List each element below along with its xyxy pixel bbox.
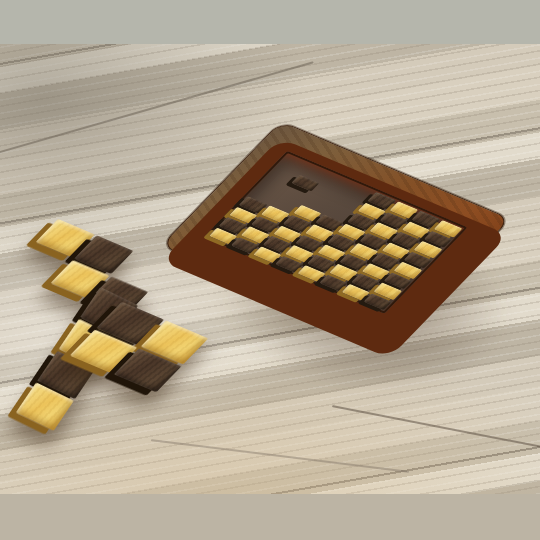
photo-band-bottom <box>0 494 540 540</box>
puzzle-board <box>209 154 463 310</box>
photo-scene <box>0 0 540 540</box>
tray-well <box>204 151 468 314</box>
photo-band-top <box>0 0 540 44</box>
